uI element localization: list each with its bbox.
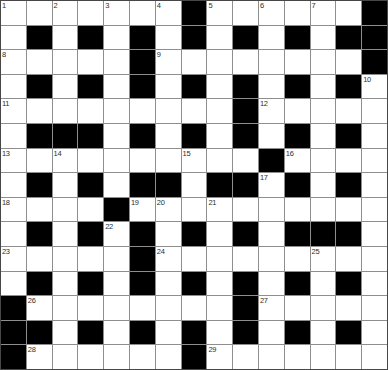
black-cell-r12c8: [182, 272, 207, 296]
cell-r2c9[interactable]: [207, 26, 232, 50]
cell-r15c5[interactable]: [104, 345, 129, 369]
cell-r11c7[interactable]: 24: [156, 247, 181, 271]
cell-r2c7[interactable]: [156, 26, 181, 50]
cell-r9c14[interactable]: [336, 198, 361, 222]
clue-number-7: 7: [312, 1, 316, 10]
cell-r13c9[interactable]: [207, 296, 232, 320]
black-cell-r7c11: [259, 149, 284, 173]
cell-r7c3[interactable]: 14: [53, 149, 78, 173]
cell-r6c13[interactable]: [311, 124, 336, 148]
cell-r5c7[interactable]: [156, 99, 181, 123]
black-cell-r10c10: [233, 222, 258, 246]
cell-r12c1[interactable]: [1, 272, 26, 296]
black-cell-r14c12: [285, 321, 310, 345]
clue-number-18: 18: [2, 198, 10, 207]
cell-r3c4[interactable]: [78, 50, 103, 74]
cell-r9c15[interactable]: [362, 198, 387, 222]
cell-r15c12[interactable]: [285, 345, 310, 369]
cell-r12c5[interactable]: [104, 272, 129, 296]
cell-r10c15[interactable]: [362, 222, 387, 246]
cell-r11c2[interactable]: [27, 247, 52, 271]
clue-number-19: 19: [131, 198, 139, 207]
black-cell-r4c14: [336, 75, 361, 99]
black-cell-r9c5: [104, 198, 129, 222]
cell-r11c3[interactable]: [53, 247, 78, 271]
clue-number-17: 17: [260, 173, 268, 182]
cell-r10c3[interactable]: [53, 222, 78, 246]
black-cell-r12c4: [78, 272, 103, 296]
cell-r2c1[interactable]: [1, 26, 26, 50]
cell-r1c12[interactable]: [285, 1, 310, 25]
cell-r9c4[interactable]: [78, 198, 103, 222]
cell-r6c11[interactable]: [259, 124, 284, 148]
black-cell-r12c6: [130, 272, 155, 296]
cell-r9c7[interactable]: 20: [156, 198, 181, 222]
cell-r10c1[interactable]: [1, 222, 26, 246]
black-cell-r10c2: [27, 222, 52, 246]
black-cell-r12c14: [336, 272, 361, 296]
cell-r1c7[interactable]: 4: [156, 1, 181, 25]
cell-r10c5[interactable]: 22: [104, 222, 129, 246]
black-cell-r14c10: [233, 321, 258, 345]
cell-r4c13[interactable]: [311, 75, 336, 99]
black-cell-r4c12: [285, 75, 310, 99]
cell-r12c9[interactable]: [207, 272, 232, 296]
cell-r15c13[interactable]: [311, 345, 336, 369]
clue-number-27: 27: [260, 296, 268, 305]
black-cell-r4c6: [130, 75, 155, 99]
clue-number-22: 22: [105, 222, 113, 231]
black-cell-r1c15: [362, 1, 387, 25]
black-cell-r6c6: [130, 124, 155, 148]
cell-r5c14[interactable]: [336, 99, 361, 123]
cell-r11c5[interactable]: [104, 247, 129, 271]
cell-r7c15[interactable]: [362, 149, 387, 173]
cell-r15c2[interactable]: 28: [27, 345, 52, 369]
cell-r11c14[interactable]: [336, 247, 361, 271]
cell-r13c15[interactable]: [362, 296, 387, 320]
black-cell-r8c9: [207, 173, 232, 197]
cell-r1c2[interactable]: [27, 1, 52, 25]
cell-r15c3[interactable]: [53, 345, 78, 369]
cell-r5c8[interactable]: [182, 99, 207, 123]
clue-number-25: 25: [312, 247, 320, 256]
black-cell-r4c10: [233, 75, 258, 99]
cell-r9c13[interactable]: [311, 198, 336, 222]
cell-r15c7[interactable]: [156, 345, 181, 369]
black-cell-r14c2: [27, 321, 52, 345]
cell-r11c11[interactable]: [259, 247, 284, 271]
clue-number-4: 4: [157, 1, 161, 10]
cell-r9c2[interactable]: [27, 198, 52, 222]
clue-number-21: 21: [208, 198, 216, 207]
cell-r15c4[interactable]: [78, 345, 103, 369]
cell-r12c3[interactable]: [53, 272, 78, 296]
cell-r3c1[interactable]: 8: [1, 50, 26, 74]
black-cell-r10c8: [182, 222, 207, 246]
cell-r10c7[interactable]: [156, 222, 181, 246]
cell-r1c4[interactable]: [78, 1, 103, 25]
black-cell-r6c4: [78, 124, 103, 148]
cell-r8c5[interactable]: [104, 173, 129, 197]
cell-r5c2[interactable]: [27, 99, 52, 123]
black-cell-r2c12: [285, 26, 310, 50]
black-cell-r15c1: [1, 345, 26, 369]
cell-r2c5[interactable]: [104, 26, 129, 50]
cell-r8c1[interactable]: [1, 173, 26, 197]
cell-r14c5[interactable]: [104, 321, 129, 345]
black-cell-r10c6: [130, 222, 155, 246]
cell-r1c3[interactable]: 2: [53, 1, 78, 25]
black-cell-r6c14: [336, 124, 361, 148]
black-cell-r12c2: [27, 272, 52, 296]
black-cell-r8c4: [78, 173, 103, 197]
clue-number-1: 1: [2, 1, 6, 10]
clue-number-23: 23: [2, 247, 10, 256]
cell-r3c12[interactable]: [285, 50, 310, 74]
cell-r4c1[interactable]: [1, 75, 26, 99]
cell-r8c8[interactable]: [182, 173, 207, 197]
black-cell-r12c12: [285, 272, 310, 296]
cell-r5c4[interactable]: [78, 99, 103, 123]
cell-r1c9[interactable]: 5: [207, 1, 232, 25]
cell-r13c4[interactable]: [78, 296, 103, 320]
cell-r14c9[interactable]: [207, 321, 232, 345]
black-cell-r2c8: [182, 26, 207, 50]
cell-r3c9[interactable]: [207, 50, 232, 74]
cell-r2c11[interactable]: [259, 26, 284, 50]
cell-r11c12[interactable]: [285, 247, 310, 271]
black-cell-r6c12: [285, 124, 310, 148]
cell-r13c12[interactable]: [285, 296, 310, 320]
cell-r3c2[interactable]: [27, 50, 52, 74]
cell-r12c13[interactable]: [311, 272, 336, 296]
black-cell-r10c13: [311, 222, 336, 246]
cell-r4c3[interactable]: [53, 75, 78, 99]
black-cell-r3c15: [362, 50, 387, 74]
cell-r13c2[interactable]: 26: [27, 296, 52, 320]
cell-r12c11[interactable]: [259, 272, 284, 296]
cell-r6c9[interactable]: [207, 124, 232, 148]
black-cell-r3c6: [130, 50, 155, 74]
cell-r3c13[interactable]: [311, 50, 336, 74]
clue-number-15: 15: [183, 149, 191, 158]
black-cell-r8c6: [130, 173, 155, 197]
cell-r6c7[interactable]: [156, 124, 181, 148]
black-cell-r10c12: [285, 222, 310, 246]
black-cell-r8c12: [285, 173, 310, 197]
black-cell-r2c15: [362, 26, 387, 50]
cell-r10c9[interactable]: [207, 222, 232, 246]
cell-r7c9[interactable]: [207, 149, 232, 173]
black-cell-r6c2: [27, 124, 52, 148]
cell-r4c11[interactable]: [259, 75, 284, 99]
cell-r7c1[interactable]: 13: [1, 149, 26, 173]
crossword-grid: 1234567891011121314151617181920212223242…: [0, 0, 388, 370]
black-cell-r10c4: [78, 222, 103, 246]
clue-number-10: 10: [363, 75, 371, 84]
cell-r1c11[interactable]: 6: [259, 1, 284, 25]
cell-r9c6[interactable]: 19: [130, 198, 155, 222]
cell-r1c10[interactable]: [233, 1, 258, 25]
clue-number-3: 3: [105, 1, 109, 10]
black-cell-r12c10: [233, 272, 258, 296]
cell-r12c7[interactable]: [156, 272, 181, 296]
cell-r7c2[interactable]: [27, 149, 52, 173]
black-cell-r8c14: [336, 173, 361, 197]
cell-r15c9[interactable]: 29: [207, 345, 232, 369]
cell-r4c9[interactable]: [207, 75, 232, 99]
clue-number-28: 28: [28, 345, 36, 354]
cell-r3c14[interactable]: [336, 50, 361, 74]
cell-r14c7[interactable]: [156, 321, 181, 345]
black-cell-r1c8: [182, 1, 207, 25]
clue-number-12: 12: [260, 99, 268, 108]
cell-r13c6[interactable]: [130, 296, 155, 320]
black-cell-r6c3: [53, 124, 78, 148]
cell-r7c13[interactable]: [311, 149, 336, 173]
black-cell-r14c1: [1, 321, 26, 345]
clue-number-29: 29: [208, 345, 216, 354]
black-cell-r2c14: [336, 26, 361, 50]
cell-r9c3[interactable]: [53, 198, 78, 222]
cell-r9c12[interactable]: [285, 198, 310, 222]
cell-r1c14[interactable]: [336, 1, 361, 25]
cell-r4c5[interactable]: [104, 75, 129, 99]
black-cell-r4c8: [182, 75, 207, 99]
black-cell-r14c4: [78, 321, 103, 345]
cell-r5c9[interactable]: [207, 99, 232, 123]
cell-r13c5[interactable]: [104, 296, 129, 320]
black-cell-r2c10: [233, 26, 258, 50]
cell-r1c13[interactable]: 7: [311, 1, 336, 25]
black-cell-r11c6: [130, 247, 155, 271]
cell-r9c11[interactable]: [259, 198, 284, 222]
cell-r14c11[interactable]: [259, 321, 284, 345]
cell-r8c11[interactable]: 17: [259, 173, 284, 197]
cell-r11c9[interactable]: [207, 247, 232, 271]
cell-r11c1[interactable]: 23: [1, 247, 26, 271]
cell-r13c11[interactable]: 27: [259, 296, 284, 320]
clue-number-6: 6: [260, 1, 264, 10]
cell-r7c5[interactable]: [104, 149, 129, 173]
cell-r15c10[interactable]: [233, 345, 258, 369]
cell-r13c3[interactable]: [53, 296, 78, 320]
black-cell-r8c7: [156, 173, 181, 197]
cell-r3c7[interactable]: 9: [156, 50, 181, 74]
cell-r11c13[interactable]: 25: [311, 247, 336, 271]
cell-r6c1[interactable]: [1, 124, 26, 148]
black-cell-r6c8: [182, 124, 207, 148]
cell-r9c9[interactable]: 21: [207, 198, 232, 222]
cell-r15c15[interactable]: [362, 345, 387, 369]
cell-r2c13[interactable]: [311, 26, 336, 50]
clue-number-16: 16: [286, 149, 294, 158]
cell-r13c7[interactable]: [156, 296, 181, 320]
black-cell-r2c6: [130, 26, 155, 50]
black-cell-r5c10: [233, 99, 258, 123]
cell-r7c12[interactable]: 16: [285, 149, 310, 173]
black-cell-r14c14: [336, 321, 361, 345]
cell-r15c6[interactable]: [130, 345, 155, 369]
cell-r1c5[interactable]: 3: [104, 1, 129, 25]
cell-r15c11[interactable]: [259, 345, 284, 369]
cell-r9c8[interactable]: [182, 198, 207, 222]
black-cell-r6c10: [233, 124, 258, 148]
cell-r7c8[interactable]: 15: [182, 149, 207, 173]
cell-r13c14[interactable]: [336, 296, 361, 320]
cell-r3c11[interactable]: [259, 50, 284, 74]
black-cell-r13c1: [1, 296, 26, 320]
cell-r4c15[interactable]: 10: [362, 75, 387, 99]
cell-r11c15[interactable]: [362, 247, 387, 271]
clue-number-24: 24: [157, 247, 165, 256]
black-cell-r13c10: [233, 296, 258, 320]
black-cell-r8c10: [233, 173, 258, 197]
cell-r5c12[interactable]: [285, 99, 310, 123]
cell-r15c14[interactable]: [336, 345, 361, 369]
cell-r5c6[interactable]: [130, 99, 155, 123]
black-cell-r2c4: [78, 26, 103, 50]
clue-number-20: 20: [157, 198, 165, 207]
cell-r1c6[interactable]: [130, 1, 155, 25]
clue-number-5: 5: [208, 1, 212, 10]
cell-r3c3[interactable]: [53, 50, 78, 74]
clue-number-11: 11: [2, 99, 9, 108]
cell-r10c11[interactable]: [259, 222, 284, 246]
cell-r4c7[interactable]: [156, 75, 181, 99]
cell-r8c13[interactable]: [311, 173, 336, 197]
clue-number-14: 14: [54, 149, 62, 158]
cell-r7c10[interactable]: [233, 149, 258, 173]
clue-number-9: 9: [157, 50, 161, 59]
cell-r11c10[interactable]: [233, 247, 258, 271]
cell-r7c14[interactable]: [336, 149, 361, 173]
cell-r3c8[interactable]: [182, 50, 207, 74]
cell-r7c7[interactable]: [156, 149, 181, 173]
cell-r13c13[interactable]: [311, 296, 336, 320]
cell-r9c1[interactable]: 18: [1, 198, 26, 222]
black-cell-r4c4: [78, 75, 103, 99]
cell-r5c3[interactable]: [53, 99, 78, 123]
clue-number-2: 2: [54, 1, 58, 10]
cell-r14c13[interactable]: [311, 321, 336, 345]
cell-r6c5[interactable]: [104, 124, 129, 148]
black-cell-r8c2: [27, 173, 52, 197]
cell-r9c10[interactable]: [233, 198, 258, 222]
cell-r11c4[interactable]: [78, 247, 103, 271]
cell-r7c6[interactable]: [130, 149, 155, 173]
black-cell-r2c2: [27, 26, 52, 50]
cell-r8c15[interactable]: [362, 173, 387, 197]
cell-r3c10[interactable]: [233, 50, 258, 74]
clue-number-8: 8: [2, 50, 6, 59]
cell-r12c15[interactable]: [362, 272, 387, 296]
black-cell-r14c6: [130, 321, 155, 345]
cell-r5c1[interactable]: 11: [1, 99, 26, 123]
black-cell-r15c8: [182, 345, 207, 369]
cell-r5c11[interactable]: 12: [259, 99, 284, 123]
cell-r1c1[interactable]: 1: [1, 1, 26, 25]
clue-number-13: 13: [2, 149, 10, 158]
black-cell-r14c8: [182, 321, 207, 345]
cell-r11c8[interactable]: [182, 247, 207, 271]
cell-r3c5[interactable]: [104, 50, 129, 74]
black-cell-r10c14: [336, 222, 361, 246]
black-cell-r4c2: [27, 75, 52, 99]
clue-number-26: 26: [28, 296, 36, 305]
cell-r2c3[interactable]: [53, 26, 78, 50]
cell-r13c8[interactable]: [182, 296, 207, 320]
cell-r7c4[interactable]: [78, 149, 103, 173]
cell-r5c13[interactable]: [311, 99, 336, 123]
cell-r14c15[interactable]: [362, 321, 387, 345]
cell-r5c15[interactable]: [362, 99, 387, 123]
cell-r5c5[interactable]: [104, 99, 129, 123]
cell-r14c3[interactable]: [53, 321, 78, 345]
cell-r6c15[interactable]: [362, 124, 387, 148]
cell-r8c3[interactable]: [53, 173, 78, 197]
